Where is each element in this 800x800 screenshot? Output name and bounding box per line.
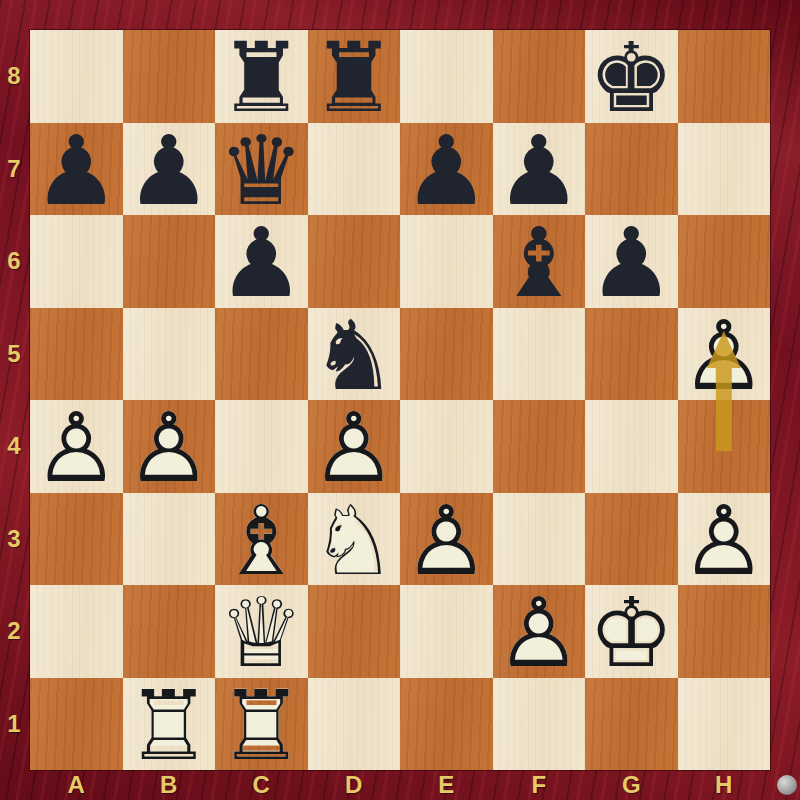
- square-h3[interactable]: ♟♙: [678, 493, 771, 586]
- square-g8[interactable]: ♚: [585, 30, 678, 123]
- gray-dot: [777, 775, 797, 795]
- square-b2[interactable]: [123, 585, 216, 678]
- square-f6[interactable]: ♝: [493, 215, 586, 308]
- square-b4[interactable]: ♟♙: [123, 400, 216, 493]
- file-label-H: H: [678, 770, 771, 800]
- white-pawn[interactable]: ♟♙: [30, 400, 123, 493]
- square-f7[interactable]: ♟: [493, 123, 586, 216]
- white-pawn-outline: ♙: [493, 587, 586, 680]
- white-pawn[interactable]: ♟♙: [678, 493, 771, 586]
- square-d5[interactable]: ♞: [308, 308, 401, 401]
- square-h4[interactable]: [678, 400, 771, 493]
- white-pawn-outline: ♙: [30, 402, 123, 495]
- square-g1[interactable]: [585, 678, 678, 771]
- square-g4[interactable]: [585, 400, 678, 493]
- square-b3[interactable]: [123, 493, 216, 586]
- square-d6[interactable]: [308, 215, 401, 308]
- white-bishop-outline: ♗: [215, 495, 308, 588]
- black-pawn[interactable]: ♟: [123, 123, 216, 216]
- rank-label-8: 8: [0, 30, 28, 123]
- black-king[interactable]: ♚: [585, 30, 678, 123]
- white-pawn-outline: ♙: [308, 402, 401, 495]
- square-d8[interactable]: ♜: [308, 30, 401, 123]
- square-c7[interactable]: ♛: [215, 123, 308, 216]
- square-f3[interactable]: [493, 493, 586, 586]
- square-e8[interactable]: [400, 30, 493, 123]
- black-pawn-glyph: ♟: [215, 217, 308, 310]
- square-g5[interactable]: [585, 308, 678, 401]
- square-g6[interactable]: ♟: [585, 215, 678, 308]
- file-label-F: F: [493, 770, 586, 800]
- black-queen-glyph: ♛: [215, 125, 308, 218]
- file-label-G: G: [585, 770, 678, 800]
- chess-board: ♜♜♚♟♟♛♟♟♟♝♟♞♟♙♟♙♟♙♟♙♝♗♞♘♟♙♟♙♛♕♟♙♚♔♜♖♜♖: [30, 30, 770, 770]
- square-g3[interactable]: [585, 493, 678, 586]
- square-a4[interactable]: ♟♙: [30, 400, 123, 493]
- black-bishop[interactable]: ♝: [493, 215, 586, 308]
- white-pawn-outline: ♙: [678, 310, 771, 403]
- square-c5[interactable]: [215, 308, 308, 401]
- square-d3[interactable]: ♞♘: [308, 493, 401, 586]
- square-a2[interactable]: [30, 585, 123, 678]
- square-b6[interactable]: [123, 215, 216, 308]
- rank-label-6: 6: [0, 215, 28, 308]
- square-b7[interactable]: ♟: [123, 123, 216, 216]
- square-g2[interactable]: ♚♔: [585, 585, 678, 678]
- square-a3[interactable]: [30, 493, 123, 586]
- white-rook[interactable]: ♜♖: [123, 678, 216, 771]
- file-label-A: A: [30, 770, 123, 800]
- square-d7[interactable]: [308, 123, 401, 216]
- square-d4[interactable]: ♟♙: [308, 400, 401, 493]
- square-h5[interactable]: ♟♙: [678, 308, 771, 401]
- square-e2[interactable]: [400, 585, 493, 678]
- square-a6[interactable]: [30, 215, 123, 308]
- white-pawn-outline: ♙: [123, 402, 216, 495]
- file-label-E: E: [400, 770, 493, 800]
- rank-label-3: 3: [0, 493, 28, 586]
- square-b5[interactable]: [123, 308, 216, 401]
- white-rook[interactable]: ♜♖: [215, 678, 308, 771]
- rank-label-7: 7: [0, 123, 28, 216]
- black-pawn[interactable]: ♟: [30, 123, 123, 216]
- black-pawn-glyph: ♟: [585, 217, 678, 310]
- white-knight-outline: ♘: [308, 495, 401, 588]
- square-h1[interactable]: [678, 678, 771, 771]
- black-pawn[interactable]: ♟: [400, 123, 493, 216]
- square-c4[interactable]: [215, 400, 308, 493]
- square-e4[interactable]: [400, 400, 493, 493]
- white-pawn-outline: ♙: [678, 495, 771, 588]
- rank-label-2: 2: [0, 585, 28, 678]
- square-h2[interactable]: [678, 585, 771, 678]
- board-frame: ♜♜♚♟♟♛♟♟♟♝♟♞♟♙♟♙♟♙♟♙♝♗♞♘♟♙♟♙♛♕♟♙♚♔♜♖♜♖ 8…: [0, 0, 800, 800]
- file-label-D: D: [308, 770, 401, 800]
- square-f2[interactable]: ♟♙: [493, 585, 586, 678]
- square-f4[interactable]: [493, 400, 586, 493]
- square-c3[interactable]: ♝♗: [215, 493, 308, 586]
- black-knight[interactable]: ♞: [308, 308, 401, 401]
- white-pawn-outline: ♙: [400, 495, 493, 588]
- square-g7[interactable]: [585, 123, 678, 216]
- white-king-outline: ♔: [585, 587, 678, 680]
- white-knight[interactable]: ♞♘: [308, 493, 401, 586]
- white-pawn[interactable]: ♟♙: [678, 308, 771, 401]
- black-bishop-glyph: ♝: [493, 217, 586, 310]
- black-rook[interactable]: ♜: [215, 30, 308, 123]
- black-pawn-glyph: ♟: [493, 125, 586, 218]
- white-queen-outline: ♕: [215, 587, 308, 680]
- black-knight-glyph: ♞: [308, 310, 401, 403]
- square-f1[interactable]: [493, 678, 586, 771]
- square-h8[interactable]: [678, 30, 771, 123]
- black-pawn[interactable]: ♟: [493, 123, 586, 216]
- square-h6[interactable]: [678, 215, 771, 308]
- rank-labels: 87654321: [0, 30, 30, 770]
- square-d2[interactable]: [308, 585, 401, 678]
- square-a5[interactable]: [30, 308, 123, 401]
- white-rook-outline: ♖: [215, 680, 308, 773]
- black-pawn[interactable]: ♟: [585, 215, 678, 308]
- black-pawn-glyph: ♟: [30, 125, 123, 218]
- white-pawn[interactable]: ♟♙: [123, 400, 216, 493]
- square-b8[interactable]: [123, 30, 216, 123]
- square-e1[interactable]: [400, 678, 493, 771]
- white-bishop[interactable]: ♝♗: [215, 493, 308, 586]
- square-f5[interactable]: [493, 308, 586, 401]
- white-pawn[interactable]: ♟♙: [493, 585, 586, 678]
- white-pawn[interactable]: ♟♙: [308, 400, 401, 493]
- black-pawn-glyph: ♟: [400, 125, 493, 218]
- square-e7[interactable]: ♟: [400, 123, 493, 216]
- square-a8[interactable]: [30, 30, 123, 123]
- rank-label-1: 1: [0, 678, 28, 771]
- square-f8[interactable]: [493, 30, 586, 123]
- black-pawn-glyph: ♟: [123, 125, 216, 218]
- square-c8[interactable]: ♜: [215, 30, 308, 123]
- square-h7[interactable]: [678, 123, 771, 216]
- black-queen[interactable]: ♛: [215, 123, 308, 216]
- square-e5[interactable]: [400, 308, 493, 401]
- black-pawn[interactable]: ♟: [215, 215, 308, 308]
- square-e6[interactable]: [400, 215, 493, 308]
- square-a7[interactable]: ♟: [30, 123, 123, 216]
- white-pawn[interactable]: ♟♙: [400, 493, 493, 586]
- square-c2[interactable]: ♛♕: [215, 585, 308, 678]
- square-d1[interactable]: [308, 678, 401, 771]
- square-a1[interactable]: [30, 678, 123, 771]
- rank-label-5: 5: [0, 308, 28, 401]
- square-e3[interactable]: ♟♙: [400, 493, 493, 586]
- black-rook[interactable]: ♜: [308, 30, 401, 123]
- white-queen[interactable]: ♛♕: [215, 585, 308, 678]
- white-king[interactable]: ♚♔: [585, 585, 678, 678]
- black-king-glyph: ♚: [585, 32, 678, 125]
- square-c1[interactable]: ♜♖: [215, 678, 308, 771]
- black-rook-glyph: ♜: [215, 32, 308, 125]
- white-rook-outline: ♖: [123, 680, 216, 773]
- black-rook-glyph: ♜: [308, 32, 401, 125]
- square-c6[interactable]: ♟: [215, 215, 308, 308]
- square-b1[interactable]: ♜♖: [123, 678, 216, 771]
- rank-label-4: 4: [0, 400, 28, 493]
